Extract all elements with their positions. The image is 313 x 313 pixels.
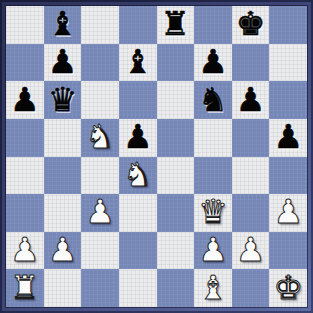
- square-c3[interactable]: ♟: [81, 194, 119, 232]
- square-b6[interactable]: ♛: [44, 81, 82, 119]
- square-g2[interactable]: ♟: [232, 232, 270, 270]
- square-d3[interactable]: [119, 194, 157, 232]
- board-frame-outer: ♝♜♚♟♝♟♟♛♞♟♞♟♟♞♟♛♟♟♟♟♟♜♝♚: [0, 0, 313, 313]
- square-f6[interactable]: ♞: [194, 81, 232, 119]
- square-h5[interactable]: ♟: [269, 119, 307, 157]
- square-g1[interactable]: [232, 269, 270, 307]
- square-f2[interactable]: ♟: [194, 232, 232, 270]
- square-b1[interactable]: [44, 269, 82, 307]
- piece-white-king[interactable]: ♚: [273, 271, 303, 304]
- square-d5[interactable]: ♟: [119, 119, 157, 157]
- square-e7[interactable]: [157, 44, 195, 82]
- square-e2[interactable]: [157, 232, 195, 270]
- square-c5[interactable]: ♞: [81, 119, 119, 157]
- square-a8[interactable]: [6, 6, 44, 44]
- square-f1[interactable]: ♝: [194, 269, 232, 307]
- square-h3[interactable]: ♟: [269, 194, 307, 232]
- piece-black-knight[interactable]: ♞: [198, 83, 228, 116]
- square-b3[interactable]: [44, 194, 82, 232]
- piece-white-knight[interactable]: ♞: [85, 120, 115, 153]
- square-a1[interactable]: ♜: [6, 269, 44, 307]
- piece-black-pawn[interactable]: ♟: [10, 83, 40, 116]
- square-e4[interactable]: [157, 157, 195, 195]
- piece-white-pawn[interactable]: ♟: [10, 233, 40, 266]
- square-h2[interactable]: [269, 232, 307, 270]
- square-g3[interactable]: [232, 194, 270, 232]
- square-g7[interactable]: [232, 44, 270, 82]
- square-e5[interactable]: [157, 119, 195, 157]
- piece-white-queen[interactable]: ♛: [198, 195, 228, 228]
- square-b4[interactable]: [44, 157, 82, 195]
- square-e1[interactable]: [157, 269, 195, 307]
- square-c6[interactable]: [81, 81, 119, 119]
- square-d1[interactable]: [119, 269, 157, 307]
- piece-white-pawn[interactable]: ♟: [236, 233, 266, 266]
- square-e8[interactable]: ♜: [157, 6, 195, 44]
- piece-black-pawn[interactable]: ♟: [273, 120, 303, 153]
- square-g8[interactable]: ♚: [232, 6, 270, 44]
- piece-white-pawn[interactable]: ♟: [48, 233, 78, 266]
- square-b2[interactable]: ♟: [44, 232, 82, 270]
- piece-white-rook[interactable]: ♜: [10, 271, 40, 304]
- square-h1[interactable]: ♚: [269, 269, 307, 307]
- square-f5[interactable]: [194, 119, 232, 157]
- square-c8[interactable]: [81, 6, 119, 44]
- square-c2[interactable]: [81, 232, 119, 270]
- piece-black-queen[interactable]: ♛: [48, 83, 78, 116]
- square-d6[interactable]: [119, 81, 157, 119]
- square-g4[interactable]: [232, 157, 270, 195]
- board-frame: ♝♜♚♟♝♟♟♛♞♟♞♟♟♞♟♛♟♟♟♟♟♜♝♚: [2, 2, 311, 311]
- square-f3[interactable]: ♛: [194, 194, 232, 232]
- square-d2[interactable]: [119, 232, 157, 270]
- piece-black-rook[interactable]: ♜: [161, 7, 191, 40]
- square-h6[interactable]: [269, 81, 307, 119]
- piece-black-pawn[interactable]: ♟: [123, 120, 153, 153]
- piece-white-pawn[interactable]: ♟: [273, 195, 303, 228]
- piece-black-bishop[interactable]: ♝: [48, 7, 78, 40]
- square-d7[interactable]: ♝: [119, 44, 157, 82]
- square-e3[interactable]: [157, 194, 195, 232]
- piece-black-bishop[interactable]: ♝: [123, 45, 153, 78]
- piece-white-pawn[interactable]: ♟: [85, 195, 115, 228]
- square-h7[interactable]: [269, 44, 307, 82]
- square-f8[interactable]: [194, 6, 232, 44]
- piece-black-pawn[interactable]: ♟: [48, 45, 78, 78]
- square-c7[interactable]: [81, 44, 119, 82]
- piece-white-bishop[interactable]: ♝: [198, 271, 228, 304]
- square-a3[interactable]: [6, 194, 44, 232]
- square-b5[interactable]: [44, 119, 82, 157]
- square-a5[interactable]: [6, 119, 44, 157]
- square-c1[interactable]: [81, 269, 119, 307]
- piece-white-knight[interactable]: ♞: [123, 158, 153, 191]
- square-f4[interactable]: [194, 157, 232, 195]
- piece-black-king[interactable]: ♚: [236, 7, 266, 40]
- square-g6[interactable]: ♟: [232, 81, 270, 119]
- square-g5[interactable]: [232, 119, 270, 157]
- square-b8[interactable]: ♝: [44, 6, 82, 44]
- piece-black-pawn[interactable]: ♟: [198, 45, 228, 78]
- square-a7[interactable]: [6, 44, 44, 82]
- chess-board: ♝♜♚♟♝♟♟♛♞♟♞♟♟♞♟♛♟♟♟♟♟♜♝♚: [6, 6, 307, 307]
- square-c4[interactable]: [81, 157, 119, 195]
- square-d4[interactable]: ♞: [119, 157, 157, 195]
- square-e6[interactable]: [157, 81, 195, 119]
- square-b7[interactable]: ♟: [44, 44, 82, 82]
- square-a2[interactable]: ♟: [6, 232, 44, 270]
- square-a4[interactable]: [6, 157, 44, 195]
- piece-black-pawn[interactable]: ♟: [236, 83, 266, 116]
- square-f7[interactable]: ♟: [194, 44, 232, 82]
- square-d8[interactable]: [119, 6, 157, 44]
- square-h4[interactable]: [269, 157, 307, 195]
- square-a6[interactable]: ♟: [6, 81, 44, 119]
- square-h8[interactable]: [269, 6, 307, 44]
- piece-white-pawn[interactable]: ♟: [198, 233, 228, 266]
